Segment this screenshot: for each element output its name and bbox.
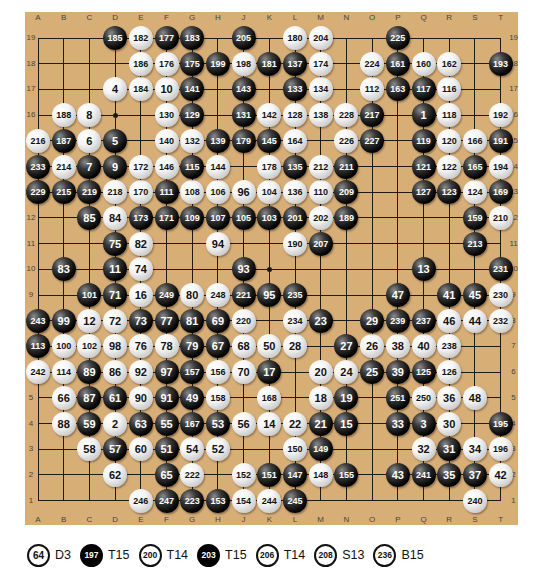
stone-T18: 193	[489, 52, 513, 76]
caption-stone-206: 206	[256, 544, 279, 567]
stone-D19: 185	[103, 26, 127, 50]
stone-S11: 213	[463, 232, 487, 256]
stone-move-number: 241	[416, 469, 431, 479]
stone-move-number: 79	[186, 340, 198, 352]
kifu-diagram: AABBCCDDEEFFGGHHJJKKLLMMNNOOPPQQRRSSTT19…	[0, 0, 540, 577]
stone-F8: 77	[155, 309, 179, 333]
stone-move-number: 128	[287, 110, 302, 120]
stone-move-number: 46	[443, 314, 455, 326]
stone-C8: 12	[77, 309, 101, 333]
stone-move-number: 169	[493, 187, 508, 197]
stone-R15: 120	[437, 129, 461, 153]
column-label-bottom: Q	[420, 516, 426, 524]
column-label-top: D	[112, 14, 118, 22]
stone-move-number: 60	[135, 443, 147, 455]
column-label-bottom: J	[242, 516, 246, 524]
stone-move-number: 167	[185, 418, 200, 428]
stone-move-number: 228	[339, 110, 354, 120]
stone-O17: 112	[360, 77, 384, 101]
stone-move-number: 250	[416, 392, 431, 402]
column-label-top: E	[138, 14, 143, 22]
stone-move-number: 134	[313, 84, 328, 94]
stone-move-number: 126	[442, 367, 457, 377]
stone-C7: 102	[77, 334, 101, 358]
stone-move-number: 91	[160, 391, 172, 403]
stone-R16: 118	[437, 103, 461, 127]
stone-N4: 15	[334, 412, 358, 436]
stone-T8: 232	[489, 309, 513, 333]
stone-L3: 150	[283, 437, 307, 461]
stone-L19: 180	[283, 26, 307, 50]
stone-K4: 14	[257, 412, 281, 436]
caption-stone-208: 208	[314, 544, 337, 567]
stone-move-number: 249	[159, 290, 174, 300]
stone-move-number: 33	[392, 417, 404, 429]
caption-stone-203: 203	[197, 544, 220, 567]
row-label-right: 5	[511, 394, 515, 402]
stone-E3: 60	[129, 437, 153, 461]
column-label-top: S	[472, 14, 477, 22]
stone-J18: 198	[232, 52, 256, 76]
stone-move-number: 16	[135, 289, 147, 301]
stone-move-number: 116	[442, 84, 457, 94]
stone-move-number: 57	[109, 443, 121, 455]
stone-L16: 128	[283, 103, 307, 127]
stone-D10: 11	[103, 257, 127, 281]
row-label-left: 5	[29, 394, 33, 402]
stone-move-number: 9	[112, 160, 118, 172]
stone-Q18: 160	[412, 52, 436, 76]
stone-T2: 42	[489, 463, 513, 487]
stone-B14: 214	[52, 155, 76, 179]
stone-move-number: 61	[109, 391, 121, 403]
stone-move-number: 248	[210, 290, 225, 300]
stone-move-number: 26	[366, 340, 378, 352]
stone-move-number: 28	[289, 340, 301, 352]
caption-stone-64: 64	[27, 544, 50, 567]
stone-K14: 178	[257, 155, 281, 179]
stone-M8: 23	[309, 309, 333, 333]
stone-move-number: 24	[340, 366, 352, 378]
stone-C9: 101	[77, 283, 101, 307]
stone-move-number: 100	[56, 341, 71, 351]
stone-move-number: 247	[159, 495, 174, 505]
stone-move-number: 37	[469, 468, 481, 480]
stone-move-number: 240	[467, 495, 482, 505]
stone-F2: 65	[155, 463, 179, 487]
stone-M16: 138	[309, 103, 333, 127]
stone-E11: 82	[129, 232, 153, 256]
caption-move-number: 236	[378, 550, 392, 560]
stone-H4: 53	[206, 412, 230, 436]
stone-C6: 89	[77, 360, 101, 384]
stone-P5: 251	[386, 386, 410, 410]
stone-move-number: 212	[313, 161, 328, 171]
stone-move-number: 173	[133, 212, 148, 222]
stone-move-number: 112	[365, 84, 380, 94]
stone-F7: 78	[155, 334, 179, 358]
stone-D5: 61	[103, 386, 127, 410]
stone-E9: 16	[129, 283, 153, 307]
stone-G19: 183	[180, 26, 204, 50]
stone-move-number: 141	[185, 84, 200, 94]
row-label-right: 1	[511, 497, 515, 505]
stone-move-number: 179	[236, 135, 251, 145]
stone-G1: 223	[180, 489, 204, 513]
stone-A6: 242	[26, 360, 50, 384]
stone-move-number: 191	[493, 135, 508, 145]
column-label-top: L	[293, 14, 297, 22]
stone-move-number: 148	[313, 469, 328, 479]
stone-S9: 45	[463, 283, 487, 307]
stone-move-number: 42	[494, 468, 506, 480]
column-label-top: J	[242, 14, 246, 22]
row-label-left: 16	[27, 111, 36, 119]
stone-move-number: 188	[56, 110, 71, 120]
stone-N5: 19	[334, 386, 358, 410]
stone-move-number: 47	[392, 289, 404, 301]
stone-move-number: 17	[263, 366, 275, 378]
stone-F19: 177	[155, 26, 179, 50]
stone-R6: 126	[437, 360, 461, 384]
column-label-bottom: K	[267, 516, 272, 524]
stone-R3: 31	[437, 437, 461, 461]
stone-H9: 248	[206, 283, 230, 307]
stone-L11: 190	[283, 232, 307, 256]
stone-move-number: 235	[287, 290, 302, 300]
stone-G2: 222	[180, 463, 204, 487]
stone-Q6: 125	[412, 360, 436, 384]
stone-E18: 186	[129, 52, 153, 76]
stone-move-number: 193	[493, 58, 508, 68]
stone-P2: 43	[386, 463, 410, 487]
stone-Q13: 127	[412, 180, 436, 204]
stone-move-number: 183	[185, 33, 200, 43]
stone-H11: 94	[206, 232, 230, 256]
stone-E12: 173	[129, 206, 153, 230]
stone-L8: 234	[283, 309, 307, 333]
stone-P4: 33	[386, 412, 410, 436]
caption-stone-200: 200	[139, 544, 162, 567]
stone-move-number: 59	[83, 417, 95, 429]
column-label-bottom: P	[395, 516, 400, 524]
row-label-right: 6	[511, 368, 515, 376]
stone-B10: 83	[52, 257, 76, 281]
stone-D9: 71	[103, 283, 127, 307]
stone-F5: 91	[155, 386, 179, 410]
caption-coord: D3	[55, 548, 71, 562]
stone-H5: 158	[206, 386, 230, 410]
stone-move-number: 55	[160, 417, 172, 429]
row-label-left: 17	[27, 85, 36, 93]
stone-move-number: 234	[287, 315, 302, 325]
stone-F16: 130	[155, 103, 179, 127]
stone-M5: 18	[309, 386, 333, 410]
row-label-right: 19	[509, 34, 518, 42]
stone-move-number: 185	[108, 33, 123, 43]
stone-L13: 136	[283, 180, 307, 204]
stone-T15: 191	[489, 129, 513, 153]
stone-M2: 148	[309, 463, 333, 487]
stone-A8: 243	[26, 309, 50, 333]
stone-F14: 146	[155, 155, 179, 179]
stone-G3: 54	[180, 437, 204, 461]
caption-stone-197: 197	[80, 544, 103, 567]
stone-move-number: 182	[133, 33, 148, 43]
stone-M18: 174	[309, 52, 333, 76]
stone-move-number: 218	[108, 187, 123, 197]
stone-T13: 169	[489, 180, 513, 204]
stone-move-number: 104	[262, 187, 277, 197]
stone-move-number: 90	[135, 391, 147, 403]
stone-O15: 227	[360, 129, 384, 153]
stone-move-number: 198	[236, 58, 251, 68]
stone-R9: 41	[437, 283, 461, 307]
stone-J19: 205	[232, 26, 256, 50]
stone-move-number: 67	[212, 340, 224, 352]
stone-move-number: 133	[287, 84, 302, 94]
stone-move-number: 178	[262, 161, 277, 171]
stone-move-number: 233	[30, 161, 45, 171]
stone-move-number: 149	[313, 444, 328, 454]
stone-move-number: 107	[210, 212, 225, 222]
stone-S1: 240	[463, 489, 487, 513]
stone-move-number: 170	[133, 187, 148, 197]
stone-move-number: 75	[109, 237, 121, 249]
stone-move-number: 174	[313, 58, 328, 68]
stone-J10: 93	[232, 257, 256, 281]
stone-move-number: 66	[58, 391, 70, 403]
stone-move-number: 22	[289, 417, 301, 429]
stone-move-number: 21	[315, 417, 327, 429]
column-label-bottom: F	[164, 516, 169, 524]
stone-J6: 70	[232, 360, 256, 384]
stone-L1: 245	[283, 489, 307, 513]
stone-M13: 110	[309, 180, 333, 204]
stone-move-number: 124	[467, 187, 482, 197]
stone-D2: 62	[103, 463, 127, 487]
stone-move-number: 210	[493, 212, 508, 222]
stone-move-number: 34	[469, 443, 481, 455]
column-label-bottom: B	[61, 516, 66, 524]
stone-G4: 167	[180, 412, 204, 436]
stone-move-number: 140	[159, 135, 174, 145]
stone-move-number: 84	[109, 211, 121, 223]
stone-move-number: 98	[109, 340, 121, 352]
stone-move-number: 76	[135, 340, 147, 352]
stone-R13: 123	[437, 180, 461, 204]
stone-S13: 124	[463, 180, 487, 204]
stone-O18: 224	[360, 52, 384, 76]
stone-J2: 152	[232, 463, 256, 487]
stone-move-number: 243	[30, 315, 45, 325]
column-label-bottom: T	[498, 516, 503, 524]
stone-H14: 144	[206, 155, 230, 179]
stone-move-number: 108	[185, 187, 200, 197]
column-label-bottom: N	[344, 516, 350, 524]
stone-move-number: 154	[236, 495, 251, 505]
stone-C12: 85	[77, 206, 101, 230]
stone-M6: 20	[309, 360, 333, 384]
stone-P6: 39	[386, 360, 410, 384]
row-label-left: 10	[27, 265, 36, 273]
stone-move-number: 32	[417, 443, 429, 455]
stone-T16: 192	[489, 103, 513, 127]
caption-row: 64D3197T15200T14203T15206T14208S13236B15	[27, 542, 428, 568]
stone-move-number: 109	[185, 212, 200, 222]
stone-move-number: 36	[443, 391, 455, 403]
stone-move-number: 93	[237, 263, 249, 275]
stone-E6: 92	[129, 360, 153, 384]
stone-move-number: 129	[185, 110, 200, 120]
column-label-bottom: S	[472, 516, 477, 524]
stone-move-number: 144	[210, 161, 225, 171]
stone-move-number: 186	[133, 58, 148, 68]
stone-S15: 166	[463, 129, 487, 153]
stone-J4: 56	[232, 412, 256, 436]
stone-move-number: 8	[86, 109, 92, 121]
stone-M11: 207	[309, 232, 333, 256]
stone-move-number: 195	[493, 418, 508, 428]
stone-B8: 99	[52, 309, 76, 333]
stone-C15: 6	[77, 129, 101, 153]
stone-C14: 7	[77, 155, 101, 179]
stone-move-number: 40	[417, 340, 429, 352]
stone-R2: 35	[437, 463, 461, 487]
stone-move-number: 244	[262, 495, 277, 505]
stone-move-number: 102	[82, 341, 97, 351]
column-label-top: R	[446, 14, 452, 22]
stone-move-number: 199	[210, 58, 225, 68]
stone-N7: 27	[334, 334, 358, 358]
column-label-top: T	[498, 14, 503, 22]
caption-move-number: 64	[33, 550, 44, 561]
row-label-left: 3	[29, 445, 33, 453]
stone-move-number: 44	[469, 314, 481, 326]
stone-B5: 66	[52, 386, 76, 410]
stone-K13: 104	[257, 180, 281, 204]
stone-R17: 116	[437, 77, 461, 101]
stone-move-number: 130	[159, 110, 174, 120]
stone-L14: 135	[283, 155, 307, 179]
stone-move-number: 161	[390, 58, 405, 68]
stone-M19: 204	[309, 26, 333, 50]
stone-K7: 50	[257, 334, 281, 358]
stone-Q15: 119	[412, 129, 436, 153]
stone-move-number: 48	[469, 391, 481, 403]
stone-move-number: 147	[287, 469, 302, 479]
stone-R8: 46	[437, 309, 461, 333]
stone-move-number: 125	[416, 367, 431, 377]
stone-G8: 81	[180, 309, 204, 333]
stone-P8: 239	[386, 309, 410, 333]
caption-move-number: 206	[260, 550, 274, 560]
stone-G7: 79	[180, 334, 204, 358]
column-label-bottom: A	[35, 516, 40, 524]
column-label-top: M	[317, 14, 324, 22]
stone-move-number: 122	[442, 161, 457, 171]
stone-move-number: 118	[442, 110, 457, 120]
stone-K1: 244	[257, 489, 281, 513]
stone-M3: 149	[309, 437, 333, 461]
stone-move-number: 27	[340, 340, 352, 352]
stone-Q8: 237	[412, 309, 436, 333]
stone-L15: 164	[283, 129, 307, 153]
stone-O7: 26	[360, 334, 384, 358]
stone-move-number: 215	[56, 187, 71, 197]
stone-move-number: 52	[212, 443, 224, 455]
stone-A15: 216	[26, 129, 50, 153]
stone-F15: 140	[155, 129, 179, 153]
stone-move-number: 62	[109, 468, 121, 480]
stone-move-number: 164	[287, 135, 302, 145]
stone-J8: 220	[232, 309, 256, 333]
stone-move-number: 150	[287, 444, 302, 454]
stone-H1: 153	[206, 489, 230, 513]
caption-move-number: 203	[201, 550, 215, 560]
stone-E1: 246	[129, 489, 153, 513]
stone-move-number: 83	[58, 263, 70, 275]
stone-move-number: 89	[83, 366, 95, 378]
stone-D3: 57	[103, 437, 127, 461]
column-label-top: P	[395, 14, 400, 22]
stone-move-number: 224	[365, 58, 380, 68]
stone-move-number: 153	[210, 495, 225, 505]
stone-move-number: 211	[339, 161, 354, 171]
stone-move-number: 175	[185, 58, 200, 68]
stone-move-number: 132	[185, 135, 200, 145]
stone-move-number: 94	[212, 237, 224, 249]
stone-Q7: 40	[412, 334, 436, 358]
stone-N12: 189	[334, 206, 358, 230]
stone-T3: 196	[489, 437, 513, 461]
stone-R14: 122	[437, 155, 461, 179]
row-label-left: 9	[29, 291, 33, 299]
stone-move-number: 70	[237, 366, 249, 378]
stone-move-number: 96	[237, 186, 249, 198]
stone-L9: 235	[283, 283, 307, 307]
stone-move-number: 231	[493, 264, 508, 274]
row-label-left: 18	[27, 60, 36, 68]
stone-move-number: 176	[159, 58, 174, 68]
stone-S12: 159	[463, 206, 487, 230]
stone-E13: 170	[129, 180, 153, 204]
stone-P18: 161	[386, 52, 410, 76]
stone-M12: 202	[309, 206, 333, 230]
stone-move-number: 6	[86, 134, 92, 146]
stone-move-number: 184	[133, 84, 148, 94]
stone-K16: 142	[257, 103, 281, 127]
stone-move-number: 142	[262, 110, 277, 120]
stone-S5: 48	[463, 386, 487, 410]
stone-L4: 22	[283, 412, 307, 436]
stone-move-number: 111	[159, 187, 173, 197]
stone-move-number: 194	[493, 161, 508, 171]
stone-B4: 88	[52, 412, 76, 436]
stone-C4: 59	[77, 412, 101, 436]
stone-J7: 68	[232, 334, 256, 358]
stone-move-number: 180	[287, 33, 302, 43]
column-label-bottom: O	[369, 516, 375, 524]
go-board: AABBCCDDEEFFGGHHJJKKLLMMNNOOPPQQRRSSTT19…	[25, 12, 518, 525]
stone-move-number: 81	[186, 314, 198, 326]
stone-D12: 84	[103, 206, 127, 230]
stone-A7: 113	[26, 334, 50, 358]
caption-stone-236: 236	[373, 544, 396, 567]
stone-move-number: 159	[467, 212, 482, 222]
stone-D6: 86	[103, 360, 127, 384]
stone-K18: 181	[257, 52, 281, 76]
